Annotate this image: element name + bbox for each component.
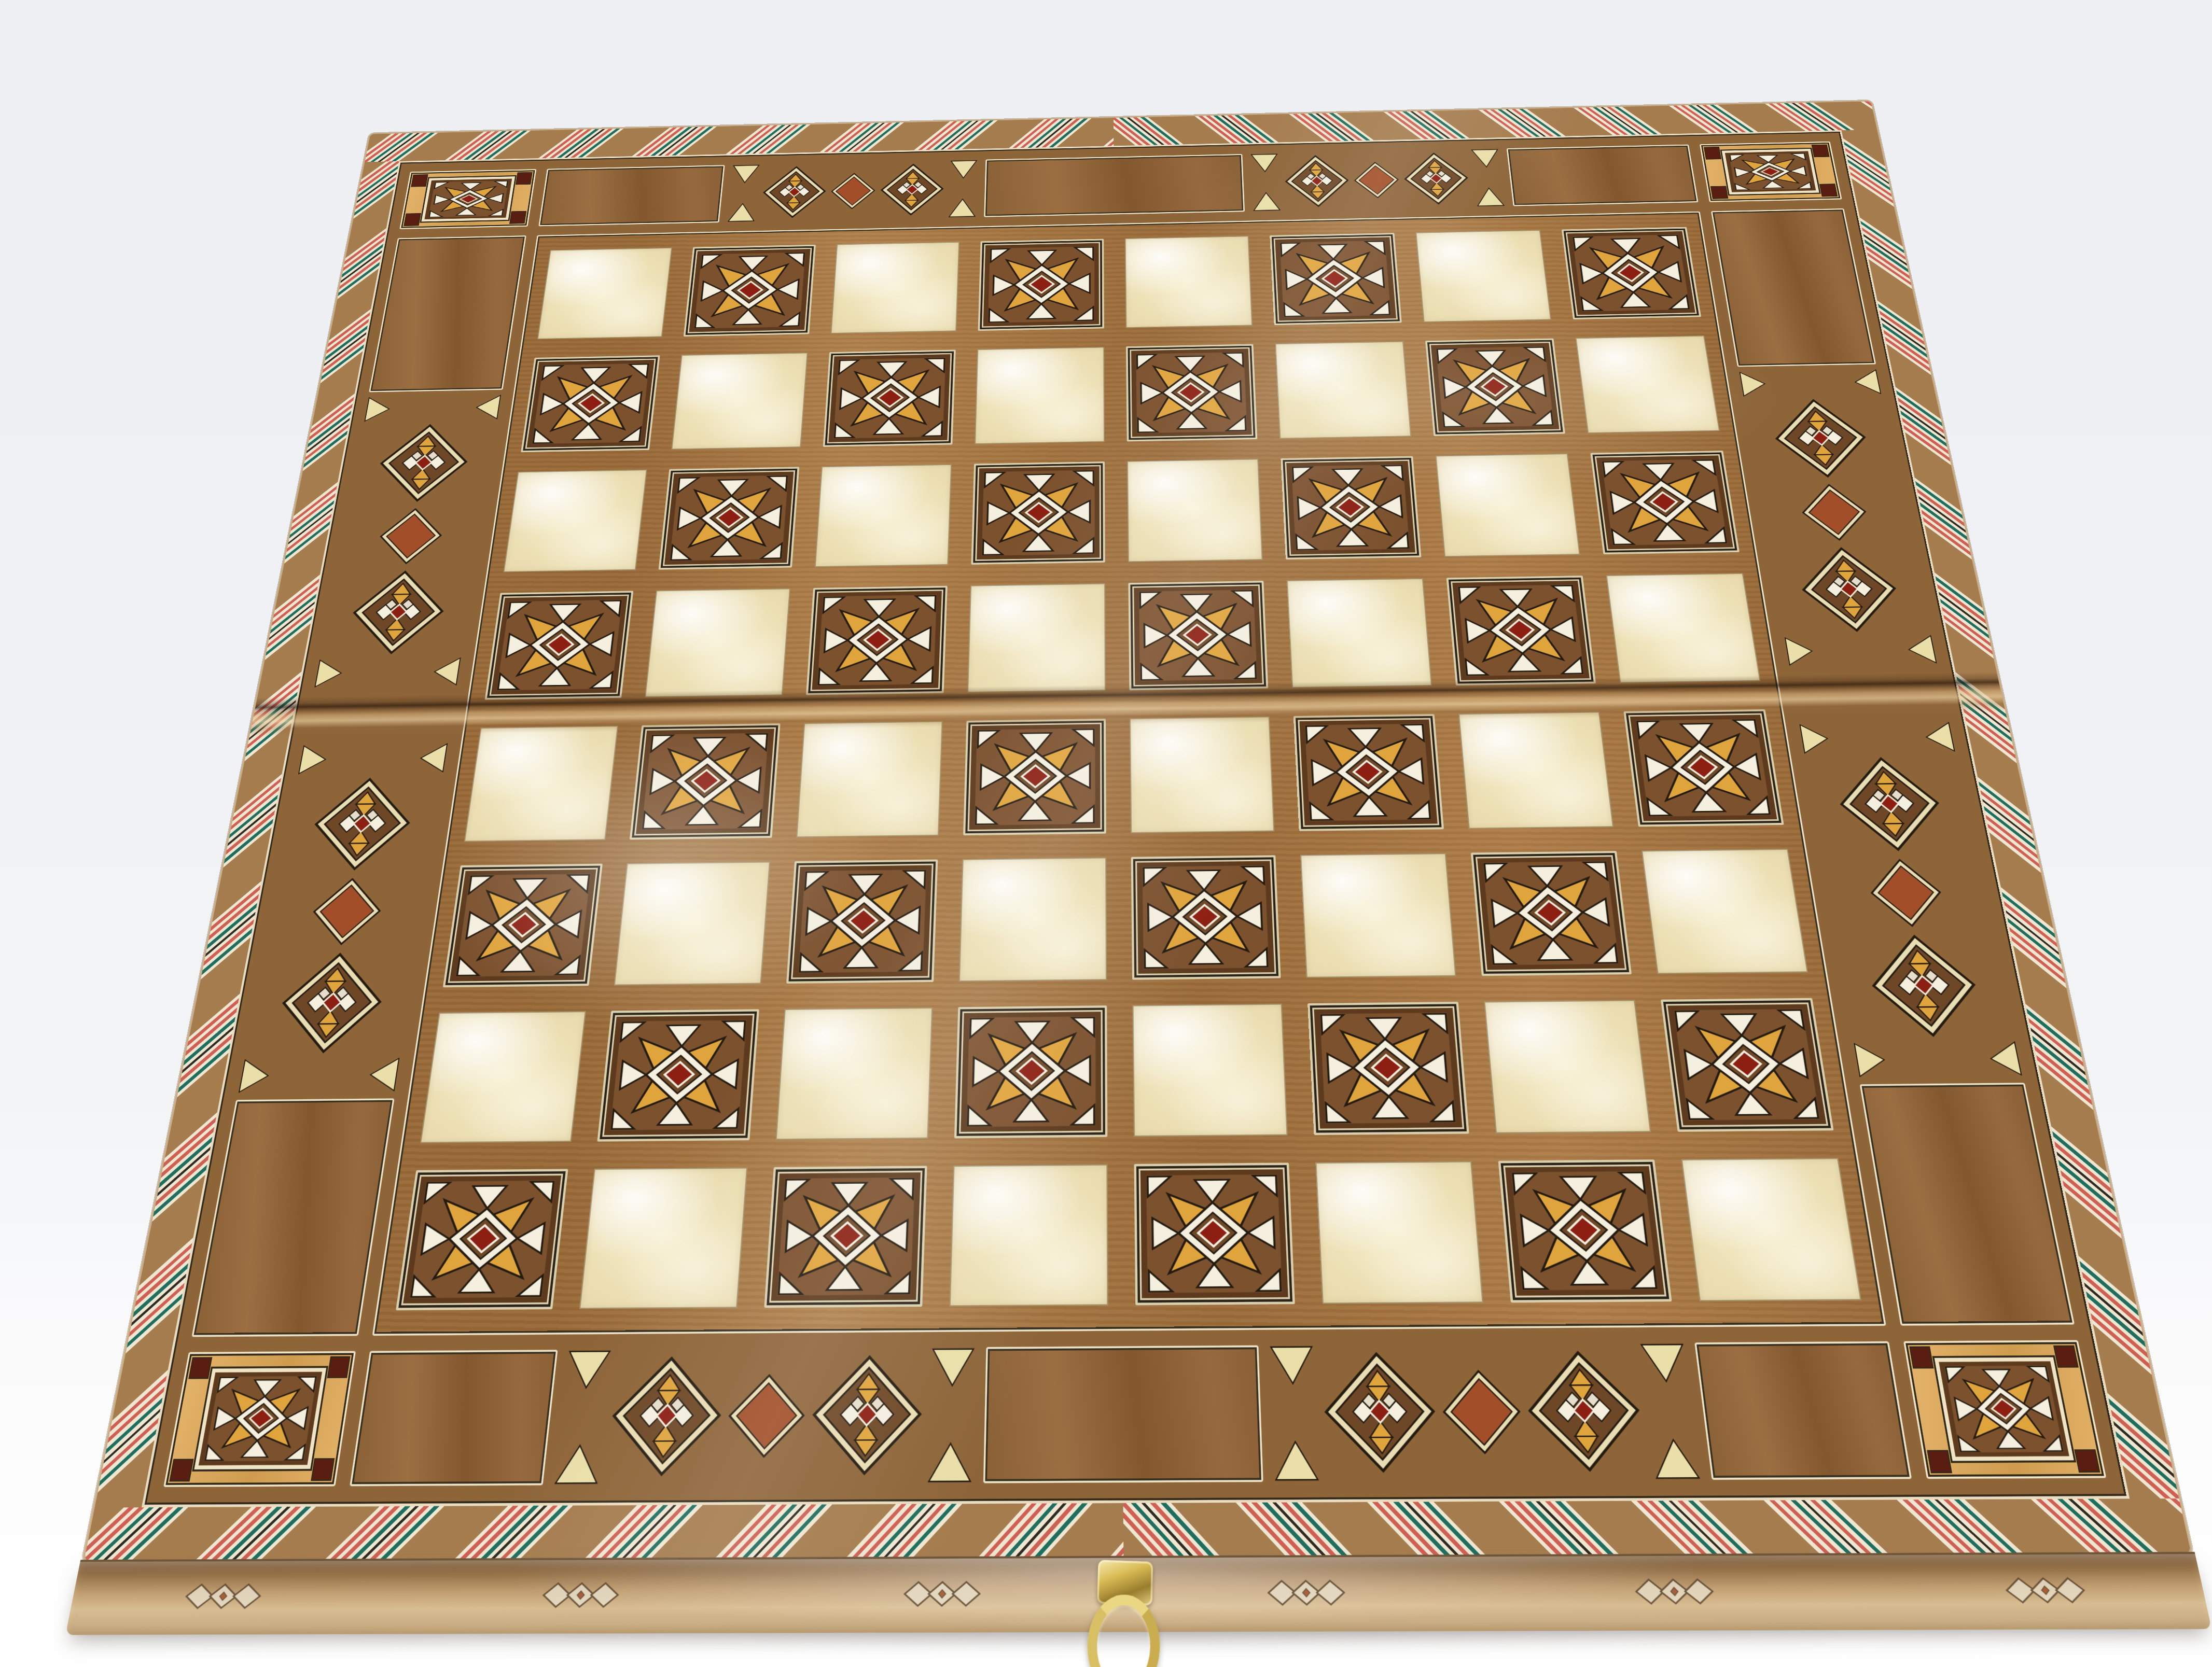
medallion-rosette — [196, 1370, 325, 1468]
cream-triangle-icon — [364, 396, 393, 423]
cream-triangle-icon — [1798, 722, 1831, 755]
corner-medallion-br — [1903, 1340, 2106, 1479]
motif-cluster — [1265, 1335, 1706, 1490]
square-b1[interactable] — [579, 1167, 747, 1309]
triangle-pair — [231, 1059, 407, 1090]
corner-medallion-bl — [163, 1351, 356, 1487]
diamond-rosette-motif — [1794, 546, 1905, 633]
edge-band-segment — [84, 1503, 1123, 1561]
cream-triangle-icon — [1649, 1438, 1702, 1480]
triangle-pair — [308, 659, 467, 686]
medallion-corner-square — [1911, 1348, 1932, 1367]
chessboard-box — [84, 101, 2191, 1561]
square-d7[interactable] — [975, 347, 1105, 444]
red-diamond-motif — [306, 876, 387, 946]
medallion-corner-square — [312, 1460, 333, 1480]
cream-triangle-icon — [1986, 1040, 2023, 1077]
square-g4[interactable] — [1458, 711, 1613, 829]
square-c1[interactable] — [764, 1166, 927, 1308]
medallion-rosette — [423, 177, 514, 220]
red-diamond-motif — [1863, 857, 1949, 928]
triangle-pair — [947, 158, 979, 220]
square-c5[interactable] — [806, 586, 948, 695]
square-h4[interactable] — [1623, 709, 1784, 827]
square-e8[interactable] — [1125, 236, 1253, 328]
square-g5[interactable] — [1446, 576, 1596, 685]
walnut-panel — [1711, 208, 1876, 367]
diamond-rosette-motif — [1768, 398, 1874, 479]
board-bottom-half — [396, 709, 1861, 1310]
walnut-panel — [538, 165, 725, 226]
square-a2[interactable] — [420, 1011, 586, 1143]
cream-triangle-icon — [1852, 368, 1882, 396]
square-e5[interactable] — [1128, 581, 1268, 690]
diamond-rosette-motif — [1831, 756, 1949, 852]
medallion-corner-square — [2055, 1347, 2077, 1366]
triangle-pair — [926, 1343, 977, 1488]
square-f7[interactable] — [1275, 341, 1411, 439]
medallion-corner-square — [1813, 145, 1829, 157]
diamond-rosette-motif — [1284, 155, 1351, 208]
cream-triangle-icon — [726, 202, 757, 222]
square-d3[interactable] — [959, 857, 1107, 982]
square-f8[interactable] — [1270, 233, 1401, 325]
medallion-corner-square — [1928, 1451, 1951, 1472]
marquetry-frame — [142, 130, 2130, 1507]
face-inlay-motif — [533, 1578, 629, 1612]
triangle-pair — [1638, 1339, 1703, 1484]
square-g7[interactable] — [1425, 339, 1565, 436]
square-h1[interactable] — [1681, 1158, 1861, 1301]
square-c3[interactable] — [786, 859, 938, 984]
cream-triangle-icon — [1474, 187, 1506, 207]
medallion-corner-square — [517, 173, 532, 184]
walnut-panel — [369, 235, 526, 393]
walnut-panel — [984, 154, 1245, 217]
face-inlay-motif — [895, 1577, 990, 1611]
cream-triangle-icon — [1904, 634, 1938, 665]
diamond-rosette-motif — [606, 1356, 726, 1477]
square-e3[interactable] — [1131, 855, 1281, 979]
cream-triangle-icon — [1922, 721, 1956, 753]
square-a4[interactable] — [464, 726, 619, 842]
diamond-rosette-motif — [372, 423, 474, 503]
cream-triangle-icon — [1272, 1440, 1321, 1482]
square-b6[interactable] — [659, 467, 799, 569]
board-3d-wrapper — [84, 101, 2191, 1561]
walnut-panel — [191, 1098, 394, 1337]
medallion-corner-square — [510, 212, 525, 223]
medallion-rosette — [1936, 1359, 2071, 1459]
square-b2[interactable] — [597, 1009, 759, 1141]
square-a1[interactable] — [396, 1169, 568, 1310]
cream-triangle-icon — [563, 1350, 613, 1390]
square-e7[interactable] — [1126, 344, 1258, 442]
diamond-rosette-motif — [1522, 1350, 1647, 1473]
square-g6[interactable] — [1435, 453, 1580, 557]
square-h3[interactable] — [1641, 849, 1808, 974]
cream-triangle-icon — [1470, 148, 1501, 168]
diamond-rosette-motif — [272, 952, 389, 1054]
cream-triangle-icon — [431, 656, 462, 687]
medallion-corner-square — [190, 1358, 211, 1378]
page: { "game": "chess", "scene": "overhead ph… — [0, 0, 2212, 1667]
triangle-pair — [1470, 146, 1506, 209]
square-e1[interactable] — [1134, 1162, 1295, 1305]
motif-cluster — [549, 1339, 979, 1493]
triangle-pair — [358, 396, 507, 420]
red-diamond-motif — [1439, 1368, 1526, 1456]
square-f5[interactable] — [1287, 578, 1431, 688]
triangle-pair — [1846, 1043, 2029, 1075]
cream-triangle-icon — [417, 742, 449, 774]
hinge-gap — [1782, 664, 1956, 724]
square-d6[interactable] — [971, 461, 1105, 565]
square-g8[interactable] — [1415, 230, 1551, 322]
square-e6[interactable] — [1127, 459, 1263, 562]
triangle-pair — [552, 1346, 613, 1489]
medallion-corner-square — [2076, 1451, 2098, 1472]
cream-triangle-icon — [1268, 1345, 1316, 1385]
red-diamond-motif — [725, 1372, 809, 1459]
front-edge — [65, 1552, 2211, 1635]
medallion-corner-square — [412, 175, 427, 187]
edge-band-bottom — [84, 1498, 2191, 1561]
square-f1[interactable] — [1315, 1161, 1483, 1304]
motif-cluster — [1248, 144, 1509, 216]
square-a7[interactable] — [521, 355, 660, 452]
square-d5[interactable] — [967, 583, 1106, 693]
corner-medallion-tl — [399, 169, 536, 229]
square-b8[interactable] — [684, 245, 816, 337]
motif-cluster — [724, 155, 980, 227]
hinge-gap — [297, 685, 464, 745]
triangle-pair — [1733, 371, 1888, 395]
face-inlay-motif — [174, 1579, 272, 1614]
diamond-rosette-motif — [345, 570, 451, 655]
cream-triangle-icon — [926, 1441, 974, 1483]
square-d4[interactable] — [963, 719, 1106, 835]
triangle-pair — [291, 745, 455, 773]
walnut-panel — [983, 1346, 1263, 1483]
medallion-rosette — [1723, 150, 1818, 193]
cream-triangle-icon — [366, 1056, 400, 1093]
cream-triangle-icon — [949, 160, 978, 179]
medallion-corner-square — [328, 1357, 349, 1377]
triangle-pair — [1249, 151, 1282, 214]
square-a3[interactable] — [443, 864, 603, 988]
square-c8[interactable] — [830, 242, 959, 333]
square-f6[interactable] — [1281, 456, 1421, 559]
face-inlay-motif — [1994, 1573, 2097, 1608]
face-inlay-motif — [1624, 1574, 1724, 1609]
brass-latch[interactable] — [1084, 1560, 1163, 1667]
walnut-panel — [1860, 1083, 2075, 1326]
edge-band-segment — [1123, 1498, 2191, 1557]
triangle-pair — [726, 162, 761, 225]
red-diamond-motif — [1352, 161, 1401, 199]
square-b4[interactable] — [630, 723, 780, 839]
cream-triangle-icon — [929, 1347, 976, 1388]
square-g2[interactable] — [1484, 1000, 1651, 1133]
diamond-rosette-motif — [1321, 1352, 1440, 1474]
square-a5[interactable] — [485, 591, 634, 699]
square-c6[interactable] — [814, 464, 951, 567]
walnut-panel — [1507, 145, 1699, 206]
medallion-corner-square — [1820, 185, 1837, 196]
square-c7[interactable] — [823, 349, 955, 447]
square-f3[interactable] — [1300, 853, 1456, 978]
square-c2[interactable] — [775, 1007, 933, 1140]
cream-triangle-icon — [238, 1057, 273, 1094]
cream-triangle-icon — [1249, 153, 1279, 173]
cream-triangle-icon — [1784, 636, 1816, 667]
face-inlay-motif — [1259, 1575, 1355, 1610]
walnut-panel — [1695, 1341, 1912, 1480]
board-top-half — [485, 227, 1761, 700]
cream-triangle-icon — [1251, 191, 1282, 212]
red-diamond-motif — [829, 172, 877, 210]
square-b5[interactable] — [645, 589, 790, 697]
diamond-rosette-motif — [879, 163, 944, 216]
square-d2[interactable] — [954, 1005, 1108, 1138]
square-b3[interactable] — [614, 862, 770, 986]
diamond-rosette-motif — [305, 777, 418, 871]
cream-triangle-icon — [473, 394, 502, 421]
cream-triangle-icon — [313, 658, 345, 689]
square-g1[interactable] — [1498, 1159, 1672, 1302]
square-a8[interactable] — [537, 247, 672, 339]
diamond-rosette-motif — [1862, 934, 1986, 1038]
medallion-corner-square — [171, 1460, 192, 1480]
square-h8[interactable] — [1562, 227, 1702, 319]
red-diamond-motif — [1796, 483, 1873, 542]
medallion-corner-square — [1705, 147, 1720, 159]
red-diamond-motif — [374, 507, 448, 566]
square-h2[interactable] — [1661, 998, 1834, 1132]
square-h7[interactable] — [1575, 335, 1719, 433]
square-h5[interactable] — [1606, 573, 1760, 683]
cream-triangle-icon — [1853, 1041, 1889, 1078]
diamond-rosette-motif — [1402, 152, 1471, 205]
square-c4[interactable] — [796, 721, 943, 838]
cream-triangle-icon — [1738, 370, 1769, 398]
cream-triangle-icon — [947, 198, 977, 218]
square-d8[interactable] — [978, 239, 1104, 331]
square-g3[interactable] — [1470, 851, 1631, 976]
diamond-rosette-motif — [809, 1355, 924, 1476]
square-e4[interactable] — [1130, 717, 1275, 833]
square-e2[interactable] — [1132, 1004, 1288, 1137]
square-f2[interactable] — [1307, 1002, 1469, 1135]
corner-medallion-tr — [1700, 142, 1842, 202]
border-bottom — [341, 1334, 1921, 1494]
triangle-pair — [1777, 637, 1944, 664]
playfield — [372, 212, 1886, 1336]
medallion-corner-square — [1712, 187, 1727, 198]
square-b7[interactable] — [672, 353, 808, 450]
cream-triangle-icon — [1638, 1342, 1690, 1383]
square-f4[interactable] — [1293, 714, 1443, 831]
triangle-pair — [1792, 724, 1963, 752]
cream-triangle-icon — [552, 1444, 603, 1486]
medallion-corner-square — [405, 214, 420, 226]
square-h6[interactable] — [1590, 451, 1740, 554]
triangle-pair — [1268, 1341, 1321, 1486]
diamond-rosette-motif — [760, 165, 828, 219]
cream-triangle-icon — [730, 164, 760, 184]
walnut-panel — [350, 1350, 558, 1486]
square-d1[interactable] — [949, 1164, 1108, 1306]
cream-triangle-icon — [297, 744, 330, 776]
square-a6[interactable] — [503, 470, 647, 572]
